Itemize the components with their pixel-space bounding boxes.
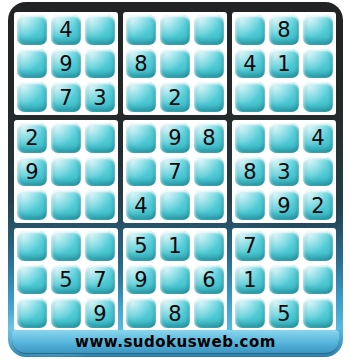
- sudoku-cell-r8c5[interactable]: [160, 265, 190, 295]
- sudoku-cell-r6c2[interactable]: [51, 190, 81, 220]
- sudoku-cell-r4c1[interactable]: 2: [17, 123, 47, 153]
- sudoku-cell-r2c8[interactable]: 1: [269, 49, 299, 79]
- sudoku-cell-r4c4[interactable]: [126, 123, 156, 153]
- sudoku-cell-r5c2[interactable]: [51, 157, 81, 187]
- sudoku-box-6: 48392: [232, 120, 336, 223]
- cell-digit: 1: [277, 54, 290, 75]
- sudoku-cell-r8c8[interactable]: [269, 265, 299, 295]
- sudoku-cell-r1c7[interactable]: [235, 15, 265, 45]
- sudoku-cell-r9c7[interactable]: [235, 298, 265, 328]
- sudoku-cell-r5c3[interactable]: [85, 157, 115, 187]
- cell-digit: 8: [134, 54, 147, 75]
- sudoku-cell-r7c5[interactable]: 1: [160, 231, 190, 261]
- sudoku-cell-r9c9[interactable]: [303, 298, 333, 328]
- sudoku-cell-r3c3[interactable]: 3: [85, 82, 115, 112]
- sudoku-cell-r3c9[interactable]: [303, 82, 333, 112]
- sudoku-box-9: 715: [232, 228, 336, 331]
- sudoku-cell-r5c8[interactable]: 3: [269, 157, 299, 187]
- sudoku-cell-r3c4[interactable]: [126, 82, 156, 112]
- cell-digit: 9: [168, 128, 181, 149]
- sudoku-box-8: 51968: [123, 228, 227, 331]
- sudoku-cell-r9c8[interactable]: 5: [269, 298, 299, 328]
- cell-digit: 9: [25, 162, 38, 183]
- sudoku-board-plaque: 4973 82 841 29 9874 48392 579 51968 715 …: [8, 2, 343, 357]
- sudoku-cell-r8c4[interactable]: 9: [126, 265, 156, 295]
- sudoku-box-2: 82: [123, 12, 227, 115]
- sudoku-box-1: 4973: [14, 12, 118, 115]
- sudoku-cell-r2c1[interactable]: [17, 49, 47, 79]
- cell-digit: 7: [168, 162, 181, 183]
- sudoku-cell-r9c3[interactable]: 9: [85, 298, 115, 328]
- sudoku-cell-r4c7[interactable]: [235, 123, 265, 153]
- cell-digit: 4: [311, 128, 324, 149]
- sudoku-cell-r7c2[interactable]: [51, 231, 81, 261]
- sudoku-box-5: 9874: [123, 120, 227, 223]
- sudoku-cell-r6c1[interactable]: [17, 190, 47, 220]
- cell-digit: 9: [59, 54, 72, 75]
- cell-digit: 8: [243, 162, 256, 183]
- sudoku-cell-r2c9[interactable]: [303, 49, 333, 79]
- sudoku-cell-r3c8[interactable]: [269, 82, 299, 112]
- sudoku-cell-r5c6[interactable]: [194, 157, 224, 187]
- sudoku-cell-r5c5[interactable]: 7: [160, 157, 190, 187]
- sudoku-cell-r7c8[interactable]: [269, 231, 299, 261]
- sudoku-cell-r8c6[interactable]: 6: [194, 265, 224, 295]
- sudoku-cell-r7c1[interactable]: [17, 231, 47, 261]
- sudoku-cell-r1c5[interactable]: [160, 15, 190, 45]
- sudoku-cell-r6c5[interactable]: [160, 190, 190, 220]
- sudoku-cell-r2c4[interactable]: 8: [126, 49, 156, 79]
- sudoku-cell-r9c6[interactable]: [194, 298, 224, 328]
- cell-digit: 2: [168, 88, 181, 109]
- site-watermark-text: www.sudokusweb.com: [75, 333, 276, 351]
- cell-digit: 2: [311, 196, 324, 217]
- cell-digit: 8: [168, 304, 181, 325]
- sudoku-cell-r4c6[interactable]: 8: [194, 123, 224, 153]
- sudoku-cell-r1c3[interactable]: [85, 15, 115, 45]
- sudoku-cell-r7c7[interactable]: 7: [235, 231, 265, 261]
- sudoku-cell-r8c7[interactable]: 1: [235, 265, 265, 295]
- sudoku-cell-r6c9[interactable]: 2: [303, 190, 333, 220]
- sudoku-cell-r1c8[interactable]: 8: [269, 15, 299, 45]
- sudoku-cell-r5c9[interactable]: [303, 157, 333, 187]
- sudoku-cell-r3c2[interactable]: 7: [51, 82, 81, 112]
- cell-digit: 7: [243, 236, 256, 257]
- sudoku-cell-r9c4[interactable]: [126, 298, 156, 328]
- sudoku-cell-r1c6[interactable]: [194, 15, 224, 45]
- cell-digit: 5: [59, 270, 72, 291]
- sudoku-cell-r2c2[interactable]: 9: [51, 49, 81, 79]
- sudoku-cell-r4c8[interactable]: [269, 123, 299, 153]
- sudoku-cell-r5c1[interactable]: 9: [17, 157, 47, 187]
- sudoku-cell-r6c4[interactable]: 4: [126, 190, 156, 220]
- sudoku-cell-r4c3[interactable]: [85, 123, 115, 153]
- sudoku-cell-r7c3[interactable]: [85, 231, 115, 261]
- sudoku-cell-r3c6[interactable]: [194, 82, 224, 112]
- sudoku-cell-r1c9[interactable]: [303, 15, 333, 45]
- cell-digit: 3: [93, 88, 106, 109]
- sudoku-box-4: 29: [14, 120, 118, 223]
- sudoku-page: 4973 82 841 29 9874 48392 579 51968 715 …: [0, 0, 350, 360]
- cell-digit: 7: [59, 88, 72, 109]
- sudoku-grid: 4973 82 841 29 9874 48392 579 51968 715: [14, 12, 336, 331]
- sudoku-cell-r2c7[interactable]: 4: [235, 49, 265, 79]
- sudoku-cell-r8c2[interactable]: 5: [51, 265, 81, 295]
- cell-digit: 7: [93, 270, 106, 291]
- sudoku-cell-r5c4[interactable]: [126, 157, 156, 187]
- sudoku-cell-r2c6[interactable]: [194, 49, 224, 79]
- sudoku-cell-r4c2[interactable]: [51, 123, 81, 153]
- sudoku-box-3: 841: [232, 12, 336, 115]
- sudoku-cell-r1c2[interactable]: 4: [51, 15, 81, 45]
- sudoku-cell-r1c4[interactable]: [126, 15, 156, 45]
- cell-digit: 1: [168, 236, 181, 257]
- sudoku-cell-r9c2[interactable]: [51, 298, 81, 328]
- cell-digit: 1: [243, 270, 256, 291]
- cell-digit: 3: [277, 162, 290, 183]
- sudoku-cell-r9c1[interactable]: [17, 298, 47, 328]
- sudoku-cell-r1c1[interactable]: [17, 15, 47, 45]
- cell-digit: 4: [59, 20, 72, 41]
- sudoku-cell-r8c3[interactable]: 7: [85, 265, 115, 295]
- sudoku-cell-r8c9[interactable]: [303, 265, 333, 295]
- sudoku-box-7: 579: [14, 228, 118, 331]
- cell-digit: 5: [134, 236, 147, 257]
- sudoku-cell-r3c7[interactable]: [235, 82, 265, 112]
- cell-digit: 8: [277, 20, 290, 41]
- sudoku-cell-r2c3[interactable]: [85, 49, 115, 79]
- cell-digit: 9: [277, 196, 290, 217]
- sudoku-cell-r6c3[interactable]: [85, 190, 115, 220]
- sudoku-cell-r7c6[interactable]: [194, 231, 224, 261]
- cell-digit: 4: [134, 196, 147, 217]
- cell-digit: 6: [202, 270, 215, 291]
- cell-digit: 4: [243, 54, 256, 75]
- sudoku-cell-r6c8[interactable]: 9: [269, 190, 299, 220]
- sudoku-cell-r4c9[interactable]: 4: [303, 123, 333, 153]
- sudoku-cell-r4c5[interactable]: 9: [160, 123, 190, 153]
- sudoku-cell-r2c5[interactable]: [160, 49, 190, 79]
- sudoku-cell-r7c4[interactable]: 5: [126, 231, 156, 261]
- sudoku-cell-r3c1[interactable]: [17, 82, 47, 112]
- cell-digit: 9: [134, 270, 147, 291]
- sudoku-cell-r7c9[interactable]: [303, 231, 333, 261]
- cell-digit: 5: [277, 304, 290, 325]
- sudoku-cell-r6c7[interactable]: [235, 190, 265, 220]
- sudoku-cell-r3c5[interactable]: 2: [160, 82, 190, 112]
- sudoku-cell-r8c1[interactable]: [17, 265, 47, 295]
- cell-digit: 9: [93, 304, 106, 325]
- site-watermark-band: www.sudokusweb.com: [12, 330, 339, 354]
- cell-digit: 8: [202, 128, 215, 149]
- sudoku-cell-r5c7[interactable]: 8: [235, 157, 265, 187]
- sudoku-cell-r9c5[interactable]: 8: [160, 298, 190, 328]
- sudoku-cell-r6c6[interactable]: [194, 190, 224, 220]
- cell-digit: 2: [25, 128, 38, 149]
